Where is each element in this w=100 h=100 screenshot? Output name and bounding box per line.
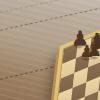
photo-scene: ♟♟♟♟ [0, 0, 100, 100]
dark-pawn-icon: ♟ [87, 43, 100, 60]
